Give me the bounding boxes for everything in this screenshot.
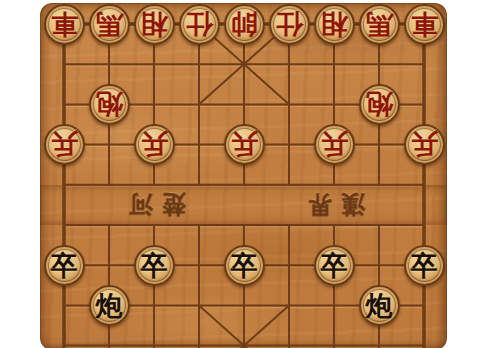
piece-black-soldier[interactable]: 卒 (314, 245, 355, 286)
piece-red-advisor[interactable]: 仕 (179, 4, 220, 45)
piece-black-soldier[interactable]: 卒 (404, 245, 445, 286)
piece-glyph: 車 (411, 11, 438, 38)
river-label-chuhe: 楚河 (120, 188, 186, 220)
piece-glyph: 車 (51, 11, 78, 38)
piece-black-soldier[interactable]: 卒 (224, 245, 265, 286)
piece-red-chariot[interactable]: 車 (404, 4, 445, 45)
piece-red-soldier[interactable]: 兵 (224, 124, 265, 165)
piece-glyph: 馬 (96, 11, 123, 38)
piece-glyph: 兵 (141, 131, 168, 158)
piece-glyph: 卒 (231, 252, 258, 279)
piece-glyph: 兵 (321, 131, 348, 158)
piece-glyph: 馬 (366, 11, 393, 38)
piece-glyph: 帥 (231, 11, 258, 38)
piece-red-horse[interactable]: 馬 (359, 4, 400, 45)
piece-red-general[interactable]: 帥 (224, 4, 265, 45)
river-label-hanjie: 漢界 (299, 188, 365, 220)
piece-red-soldier[interactable]: 兵 (314, 124, 355, 165)
piece-glyph: 炮 (366, 292, 393, 319)
piece-black-cannon[interactable]: 炮 (359, 285, 400, 326)
piece-glyph: 仕 (186, 11, 213, 38)
piece-red-horse[interactable]: 馬 (89, 4, 130, 45)
piece-glyph: 相 (321, 11, 348, 38)
piece-red-advisor[interactable]: 仕 (269, 4, 310, 45)
piece-glyph: 卒 (141, 252, 168, 279)
piece-glyph: 炮 (96, 91, 123, 118)
piece-red-elephant[interactable]: 相 (134, 4, 175, 45)
piece-red-cannon[interactable]: 炮 (359, 84, 400, 125)
piece-red-cannon[interactable]: 炮 (89, 84, 130, 125)
piece-red-elephant[interactable]: 相 (314, 4, 355, 45)
xiangqi-app: 楚河 漢界 車馬相仕帥仕相馬車炮炮兵兵兵兵兵卒卒卒卒卒炮炮 (0, 0, 486, 348)
piece-glyph: 卒 (411, 252, 438, 279)
xiangqi-board[interactable]: 楚河 漢界 車馬相仕帥仕相馬車炮炮兵兵兵兵兵卒卒卒卒卒炮炮 (40, 3, 447, 348)
piece-glyph: 兵 (231, 131, 258, 158)
piece-red-soldier[interactable]: 兵 (134, 124, 175, 165)
piece-red-soldier[interactable]: 兵 (44, 124, 85, 165)
piece-glyph: 卒 (321, 252, 348, 279)
piece-glyph: 仕 (276, 11, 303, 38)
piece-red-soldier[interactable]: 兵 (404, 124, 445, 165)
piece-black-soldier[interactable]: 卒 (44, 245, 85, 286)
piece-glyph: 炮 (96, 292, 123, 319)
piece-glyph: 兵 (411, 131, 438, 158)
piece-glyph: 炮 (366, 91, 393, 118)
piece-black-cannon[interactable]: 炮 (89, 285, 130, 326)
piece-glyph: 卒 (51, 252, 78, 279)
piece-glyph: 相 (141, 11, 168, 38)
piece-black-soldier[interactable]: 卒 (134, 245, 175, 286)
piece-glyph: 兵 (51, 131, 78, 158)
piece-red-chariot[interactable]: 車 (44, 4, 85, 45)
